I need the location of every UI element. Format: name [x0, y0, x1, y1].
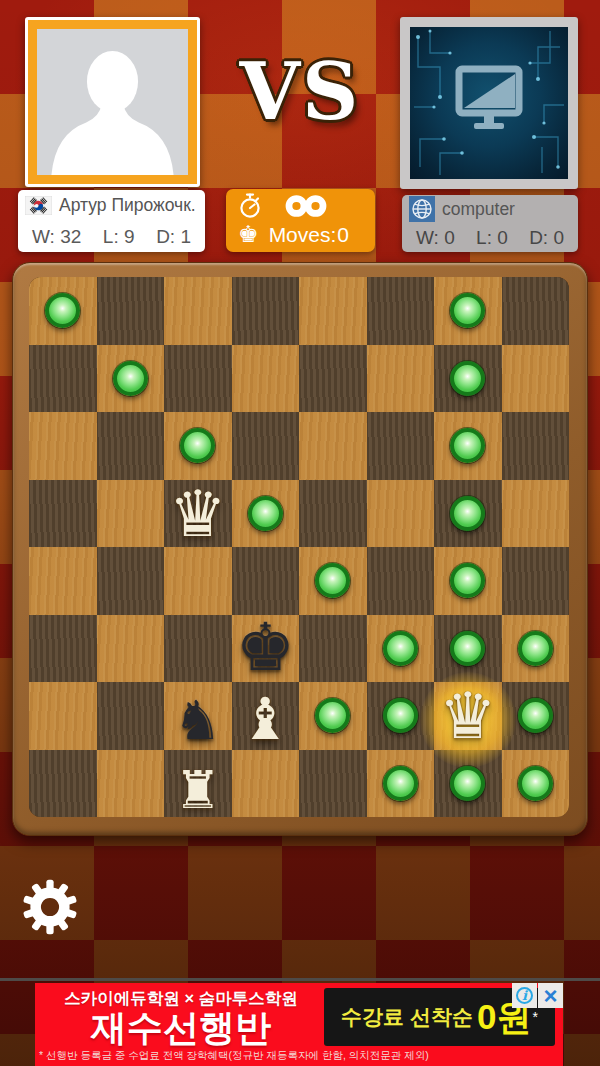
ad-info-button[interactable]: i: [512, 983, 537, 1008]
board-square-f6[interactable]: [367, 412, 435, 480]
south-korea-flag-icon: [25, 196, 52, 215]
circuit-board-image: [410, 27, 568, 179]
board-square-b6[interactable]: [97, 412, 165, 480]
board-square-h7[interactable]: [502, 345, 570, 413]
board-square-e6[interactable]: [299, 412, 367, 480]
globe-icon: [409, 196, 435, 222]
legal-move-dot-d5[interactable]: [248, 496, 283, 531]
board-square-f4[interactable]: [367, 547, 435, 615]
vs-text: VS: [240, 46, 361, 137]
board-square-a3[interactable]: [29, 615, 97, 683]
computer-info-panel: computer W: 0 L: 0 D: 0: [402, 195, 578, 252]
computer-stats: W: 0 L: 0 D: 0: [402, 224, 578, 253]
board-square-b3[interactable]: [97, 615, 165, 683]
vs-title: VS: [210, 46, 390, 137]
ad-banner[interactable]: 스카이에듀학원 × 숨마투스학원 재수선행반 수강료 선착순 0원 * * 선행…: [35, 983, 563, 1066]
ad-divider-line: [0, 978, 600, 981]
gear-icon: [22, 879, 78, 935]
board-square-e3[interactable]: [299, 615, 367, 683]
legal-move-dot-g5[interactable]: [450, 496, 485, 531]
board-square-b5[interactable]: [97, 480, 165, 548]
board-square-b1[interactable]: [97, 750, 165, 818]
chess-board-frame: ♛♚♞♝♛♜: [12, 262, 588, 836]
moves-count: 0: [337, 223, 363, 247]
white-rook-c1[interactable]: ♜: [164, 736, 232, 816]
board-square-a2[interactable]: [29, 682, 97, 750]
board-square-a7[interactable]: [29, 345, 97, 413]
board-square-d8[interactable]: [232, 277, 300, 345]
infinity-icon: [280, 195, 346, 217]
board-square-h6[interactable]: [502, 412, 570, 480]
player-avatar-card[interactable]: [25, 17, 200, 187]
ad-offer-text: 수강료 선착순: [341, 1003, 473, 1031]
computer-name: computer: [442, 199, 515, 220]
board-square-d1[interactable]: [232, 750, 300, 818]
board-square-a6[interactable]: [29, 412, 97, 480]
chess-board: ♛♚♞♝♛♜: [29, 277, 569, 817]
adchoices-info-icon: i: [516, 987, 533, 1004]
board-square-a5[interactable]: [29, 480, 97, 548]
board-square-h8[interactable]: [502, 277, 570, 345]
board-square-e8[interactable]: [299, 277, 367, 345]
computer-losses: L: 0: [476, 227, 508, 249]
board-square-h4[interactable]: [502, 547, 570, 615]
legal-move-dot-b7[interactable]: [113, 361, 148, 396]
legal-move-dot-g3[interactable]: [450, 631, 485, 666]
player-draws: D: 1: [156, 226, 191, 248]
board-square-c4[interactable]: [164, 547, 232, 615]
settings-button[interactable]: [22, 879, 78, 935]
legal-move-dot-f3[interactable]: [383, 631, 418, 666]
board-square-e5[interactable]: [299, 480, 367, 548]
computer-wins: W: 0: [416, 227, 455, 249]
board-square-b2[interactable]: [97, 682, 165, 750]
player-stats: W: 32 L: 9 D: 1: [18, 221, 205, 252]
board-square-f8[interactable]: [367, 277, 435, 345]
ad-close-button[interactable]: ×: [538, 983, 563, 1008]
legal-move-dot-h2[interactable]: [518, 698, 553, 733]
board-square-d7[interactable]: [232, 345, 300, 413]
avatar-placeholder: [37, 29, 188, 175]
white-queen-g2[interactable]: ♛: [434, 668, 502, 748]
legal-move-dot-h3[interactable]: [518, 631, 553, 666]
stopwatch-icon: [238, 193, 262, 219]
person-silhouette-icon: [37, 29, 188, 175]
moves-label: Moves:: [269, 223, 337, 247]
legal-move-dot-f2[interactable]: [383, 698, 418, 733]
board-square-e7[interactable]: [299, 345, 367, 413]
board-square-e1[interactable]: [299, 750, 367, 818]
board-grid: ♛♚♞♝♛♜: [29, 277, 569, 817]
computer-draws: D: 0: [529, 227, 564, 249]
computer-avatar-card[interactable]: [400, 17, 578, 189]
legal-move-dot-g7[interactable]: [450, 361, 485, 396]
ad-offer-asterisk: *: [532, 1009, 537, 1025]
white-bishop-d2[interactable]: ♝: [232, 668, 300, 748]
board-square-d6[interactable]: [232, 412, 300, 480]
board-square-b4[interactable]: [97, 547, 165, 615]
board-square-c8[interactable]: [164, 277, 232, 345]
board-square-a1[interactable]: [29, 750, 97, 818]
close-icon: ×: [543, 984, 557, 1008]
ad-title: 재수선행반: [35, 1004, 327, 1053]
legal-move-dot-g1[interactable]: [450, 766, 485, 801]
player-losses: L: 9: [103, 226, 135, 248]
board-square-f5[interactable]: [367, 480, 435, 548]
white-queen-c5[interactable]: ♛: [164, 466, 232, 546]
player-name: Артур Пирожочк.: [59, 195, 196, 216]
board-square-b8[interactable]: [97, 277, 165, 345]
computer-monitor-icon: [410, 27, 568, 179]
ad-disclaimer: * 선행반 등록금 중 수업료 전액 장학혜택(정규반 재등록자에 한함, 의치…: [39, 1049, 429, 1063]
player-wins: W: 32: [32, 226, 81, 248]
player-info-panel: Артур Пирожочк. W: 32 L: 9 D: 1: [18, 190, 205, 252]
board-square-c7[interactable]: [164, 345, 232, 413]
board-square-a4[interactable]: [29, 547, 97, 615]
board-square-f7[interactable]: [367, 345, 435, 413]
avatar-orange-frame: [28, 20, 197, 184]
board-square-h5[interactable]: [502, 480, 570, 548]
white-king-icon: ♚: [238, 223, 259, 246]
match-info-badge: ♚ Moves: 0: [226, 189, 375, 252]
app-screen: { "header": { "left_player": { "name": "…: [0, 0, 600, 1066]
legal-move-dot-f1[interactable]: [383, 766, 418, 801]
legal-move-dot-h1[interactable]: [518, 766, 553, 801]
